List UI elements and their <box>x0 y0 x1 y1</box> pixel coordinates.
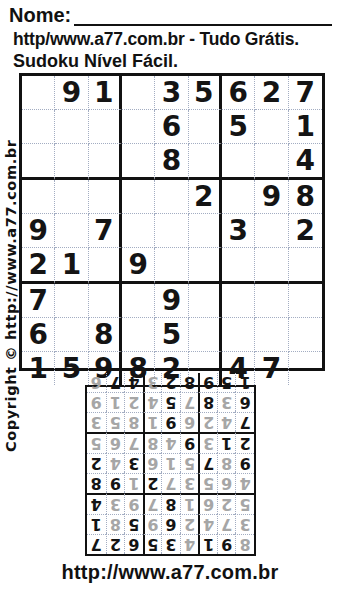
solution-cell-given: 5 <box>124 514 143 534</box>
solution-cell-given: 9 <box>106 473 125 493</box>
puzzle-cell-given: 5 <box>155 318 188 352</box>
puzzle-cell-empty[interactable] <box>55 180 88 214</box>
solution-cell-solved: 9 <box>143 514 162 534</box>
puzzle-cell-empty[interactable] <box>255 284 288 318</box>
puzzle-cell-empty[interactable] <box>255 214 288 248</box>
puzzle-cell-empty[interactable] <box>22 76 55 110</box>
solution-cell-solved: 2 <box>198 412 217 432</box>
solution-cell-given: 2 <box>161 373 180 392</box>
solution-cell-solved: 6 <box>198 493 217 514</box>
puzzle-cell-given: 1 <box>289 110 322 144</box>
puzzle-cell-empty[interactable] <box>55 318 88 352</box>
solution-cell-given: 1 <box>198 534 217 554</box>
solution-cell-solved: 5 <box>106 412 125 432</box>
puzzle-cell-empty[interactable] <box>222 318 255 352</box>
solution-cell-solved: 4 <box>106 453 125 473</box>
puzzle-cell-empty[interactable] <box>89 144 122 180</box>
solution-cell-solved: 1 <box>106 392 125 412</box>
puzzle-cell-given: 9 <box>122 248 155 284</box>
puzzle-cell-given: 7 <box>89 214 122 248</box>
solution-cell-given: 6 <box>161 514 180 534</box>
solution-cell-solved: 6 <box>143 453 162 473</box>
puzzle-cell-empty[interactable] <box>122 180 155 214</box>
solution-cell-solved: 3 <box>180 473 199 493</box>
solution-cell-solved: 7 <box>143 493 162 514</box>
puzzle-cell-empty[interactable] <box>189 248 222 284</box>
solution-cell-given: 1 <box>217 432 236 453</box>
solution-cell-solved: 9 <box>124 493 143 514</box>
puzzle-cell-empty[interactable] <box>222 248 255 284</box>
puzzle-cell-given: 5 <box>55 352 88 385</box>
solution-cell-solved: 8 <box>143 432 162 453</box>
puzzle-cell-given: 8 <box>289 180 322 214</box>
solution-cell-solved: 6 <box>180 412 199 432</box>
name-label: Nome: <box>9 4 71 26</box>
puzzle-cell-empty[interactable] <box>89 180 122 214</box>
solution-cell-given: 8 <box>87 473 106 493</box>
solution-cell-solved: 8 <box>124 412 143 432</box>
puzzle-cell-empty[interactable] <box>289 248 322 284</box>
solution-cell-solved: 5 <box>198 473 217 493</box>
puzzle-cell-empty[interactable] <box>222 144 255 180</box>
solution-cell-given: 2 <box>235 432 254 453</box>
puzzle-cell-empty[interactable] <box>255 110 288 144</box>
puzzle-cell-given: 6 <box>155 110 188 144</box>
solution-cell-solved: 8 <box>217 453 236 473</box>
puzzle-cell-given: 5 <box>189 76 222 110</box>
solution-cell-solved: 4 <box>217 412 236 432</box>
puzzle-cell-empty[interactable] <box>55 284 88 318</box>
solution-cell-given: 2 <box>87 453 106 473</box>
sudoku-solution-grid-rotated: 8914356273742695815261879344653721989875… <box>85 385 256 556</box>
sudoku-worksheet-page: Nome: http/www.a77.com.br - Tudo Grátis.… <box>0 0 340 596</box>
name-fill-line[interactable] <box>74 5 332 26</box>
solution-cell-solved: 5 <box>235 493 254 514</box>
solution-cell-given: 9 <box>235 453 254 473</box>
puzzle-cell-given: 3 <box>155 76 188 110</box>
puzzle-cell-empty[interactable] <box>122 110 155 144</box>
solution-cell-given: 7 <box>87 534 106 554</box>
solution-cell-solved: 4 <box>198 514 217 534</box>
puzzle-cell-empty[interactable] <box>255 318 288 352</box>
puzzle-cell-given: 2 <box>255 76 288 110</box>
puzzle-cell-given: 7 <box>22 284 55 318</box>
puzzle-cell-given: 6 <box>22 318 55 352</box>
puzzle-cell-given: 7 <box>255 352 288 385</box>
solution-cell-solved: 2 <box>217 493 236 514</box>
solution-cell-solved: 2 <box>124 392 143 412</box>
solution-cell-solved: 4 <box>143 392 162 412</box>
puzzle-cell-given: 4 <box>289 144 322 180</box>
solution-cell-solved: 6 <box>217 473 236 493</box>
sudoku-puzzle-grid: 9135627651842989732219796851598247 <box>19 73 325 371</box>
solution-cell-solved: 2 <box>180 514 199 534</box>
solution-cell-solved: 7 <box>161 473 180 493</box>
puzzle-cell-given: 6 <box>222 76 255 110</box>
puzzle-cell-empty[interactable] <box>55 144 88 180</box>
puzzle-cell-empty[interactable] <box>289 352 322 385</box>
puzzle-cell-empty[interactable] <box>22 110 55 144</box>
puzzle-cell-given: 8 <box>89 318 122 352</box>
solution-cell-given: 8 <box>161 493 180 514</box>
puzzle-cell-empty[interactable] <box>155 248 188 284</box>
solution-cell-given: 1 <box>235 373 254 392</box>
solution-cell-given: 3 <box>124 453 143 473</box>
puzzle-cell-empty[interactable] <box>122 214 155 248</box>
puzzle-cell-given: 9 <box>155 284 188 318</box>
solution-cell-given: 9 <box>180 432 199 453</box>
solution-cell-given: 8 <box>198 392 217 412</box>
puzzle-cell-empty[interactable] <box>55 110 88 144</box>
puzzle-cell-empty[interactable] <box>89 248 122 284</box>
puzzle-cell-empty[interactable] <box>122 76 155 110</box>
puzzle-cell-given: 8 <box>155 144 188 180</box>
puzzle-cell-empty[interactable] <box>155 180 188 214</box>
solution-cell-given: 9 <box>198 373 217 392</box>
puzzle-cell-given: 3 <box>222 214 255 248</box>
solution-cell-solved: 3 <box>198 432 217 453</box>
solution-cell-given: 6 <box>235 392 254 412</box>
solution-cell-given: 1 <box>87 514 106 534</box>
solution-cell-given: 8 <box>180 373 199 392</box>
solution-cell-solved: 3 <box>235 514 254 534</box>
solution-cell-solved: 3 <box>143 373 162 392</box>
puzzle-cell-empty[interactable] <box>189 110 222 144</box>
puzzle-cell-given: 9 <box>22 214 55 248</box>
puzzle-cell-given: 1 <box>89 76 122 110</box>
puzzle-cell-empty[interactable] <box>155 214 188 248</box>
puzzle-cell-given: 9 <box>255 180 288 214</box>
solution-cell-given: 9 <box>161 412 180 432</box>
puzzle-cell-given: 1 <box>55 248 88 284</box>
site-title: http/www.a77.com.br - Tudo Grátis. <box>13 29 299 50</box>
solution-cell-given: 4 <box>124 373 143 392</box>
solution-cell-solved: 3 <box>87 412 106 432</box>
puzzle-cell-given: 1 <box>22 352 55 385</box>
solution-cell-solved: 9 <box>87 392 106 412</box>
solution-cell-solved: 3 <box>106 493 125 514</box>
solution-cell-solved: 1 <box>143 412 162 432</box>
puzzle-cell-empty[interactable] <box>189 318 222 352</box>
puzzle-cell-empty[interactable] <box>122 318 155 352</box>
puzzle-cell-empty[interactable] <box>89 284 122 318</box>
solution-cell-solved: 5 <box>87 432 106 453</box>
footer-url: http://www.a77.com.br <box>0 561 340 584</box>
copyright-vertical-text: Copyright © http://www.a77.com.br <box>3 80 19 452</box>
puzzle-cell-empty[interactable] <box>289 284 322 318</box>
solution-cell-given: 2 <box>106 534 125 554</box>
puzzle-cell-empty[interactable] <box>22 180 55 214</box>
puzzle-cell-empty[interactable] <box>222 180 255 214</box>
solution-cell-given: 4 <box>87 493 106 514</box>
solution-cell-given: 7 <box>106 373 125 392</box>
solution-cell-given: 5 <box>143 534 162 554</box>
puzzle-cell-given: 2 <box>22 248 55 284</box>
name-row: Nome: <box>9 4 332 26</box>
puzzle-cell-empty[interactable] <box>222 284 255 318</box>
puzzle-cell-given: 5 <box>222 110 255 144</box>
solution-cell-given: 3 <box>161 534 180 554</box>
puzzle-cell-given: 7 <box>289 76 322 110</box>
solution-cell-solved: 4 <box>161 432 180 453</box>
solution-cell-solved: 1 <box>161 453 180 473</box>
solution-cell-solved: 4 <box>180 534 199 554</box>
solution-cell-given: 7 <box>198 453 217 473</box>
solution-cell-given: 5 <box>217 373 236 392</box>
solution-cell-solved: 8 <box>235 534 254 554</box>
solution-cell-given: 9 <box>217 534 236 554</box>
puzzle-cell-empty[interactable] <box>122 284 155 318</box>
solution-cell-solved: 6 <box>87 373 106 392</box>
solution-cell-solved: 1 <box>180 493 199 514</box>
puzzle-level-title: Sudoku Nível Fácil. <box>13 51 178 72</box>
puzzle-cell-empty[interactable] <box>255 248 288 284</box>
solution-cell-solved: 1 <box>124 473 143 493</box>
puzzle-cell-empty[interactable] <box>255 144 288 180</box>
solution-cell-solved: 6 <box>106 432 125 453</box>
solution-cell-given: 6 <box>124 534 143 554</box>
solution-cell-solved: 7 <box>124 432 143 453</box>
solution-cell-solved: 7 <box>217 514 236 534</box>
puzzle-cell-given: 2 <box>289 214 322 248</box>
puzzle-cell-empty[interactable] <box>122 144 155 180</box>
solution-cell-given: 7 <box>235 412 254 432</box>
puzzle-cell-given: 9 <box>55 76 88 110</box>
solution-cell-solved: 7 <box>180 392 199 412</box>
puzzle-cell-empty[interactable] <box>22 144 55 180</box>
puzzle-cell-empty[interactable] <box>189 284 222 318</box>
puzzle-cell-empty[interactable] <box>189 214 222 248</box>
solution-cell-given: 5 <box>161 392 180 412</box>
solution-cell-solved: 5 <box>180 453 199 473</box>
puzzle-cell-empty[interactable] <box>189 144 222 180</box>
puzzle-cell-empty[interactable] <box>89 110 122 144</box>
solution-cell-solved: 4 <box>235 473 254 493</box>
solution-cell-given: 2 <box>143 473 162 493</box>
puzzle-cell-empty[interactable] <box>289 318 322 352</box>
puzzle-cell-given: 2 <box>189 180 222 214</box>
puzzle-cell-empty[interactable] <box>55 214 88 248</box>
solution-cell-solved: 3 <box>217 392 236 412</box>
solution-cell-solved: 8 <box>106 514 125 534</box>
